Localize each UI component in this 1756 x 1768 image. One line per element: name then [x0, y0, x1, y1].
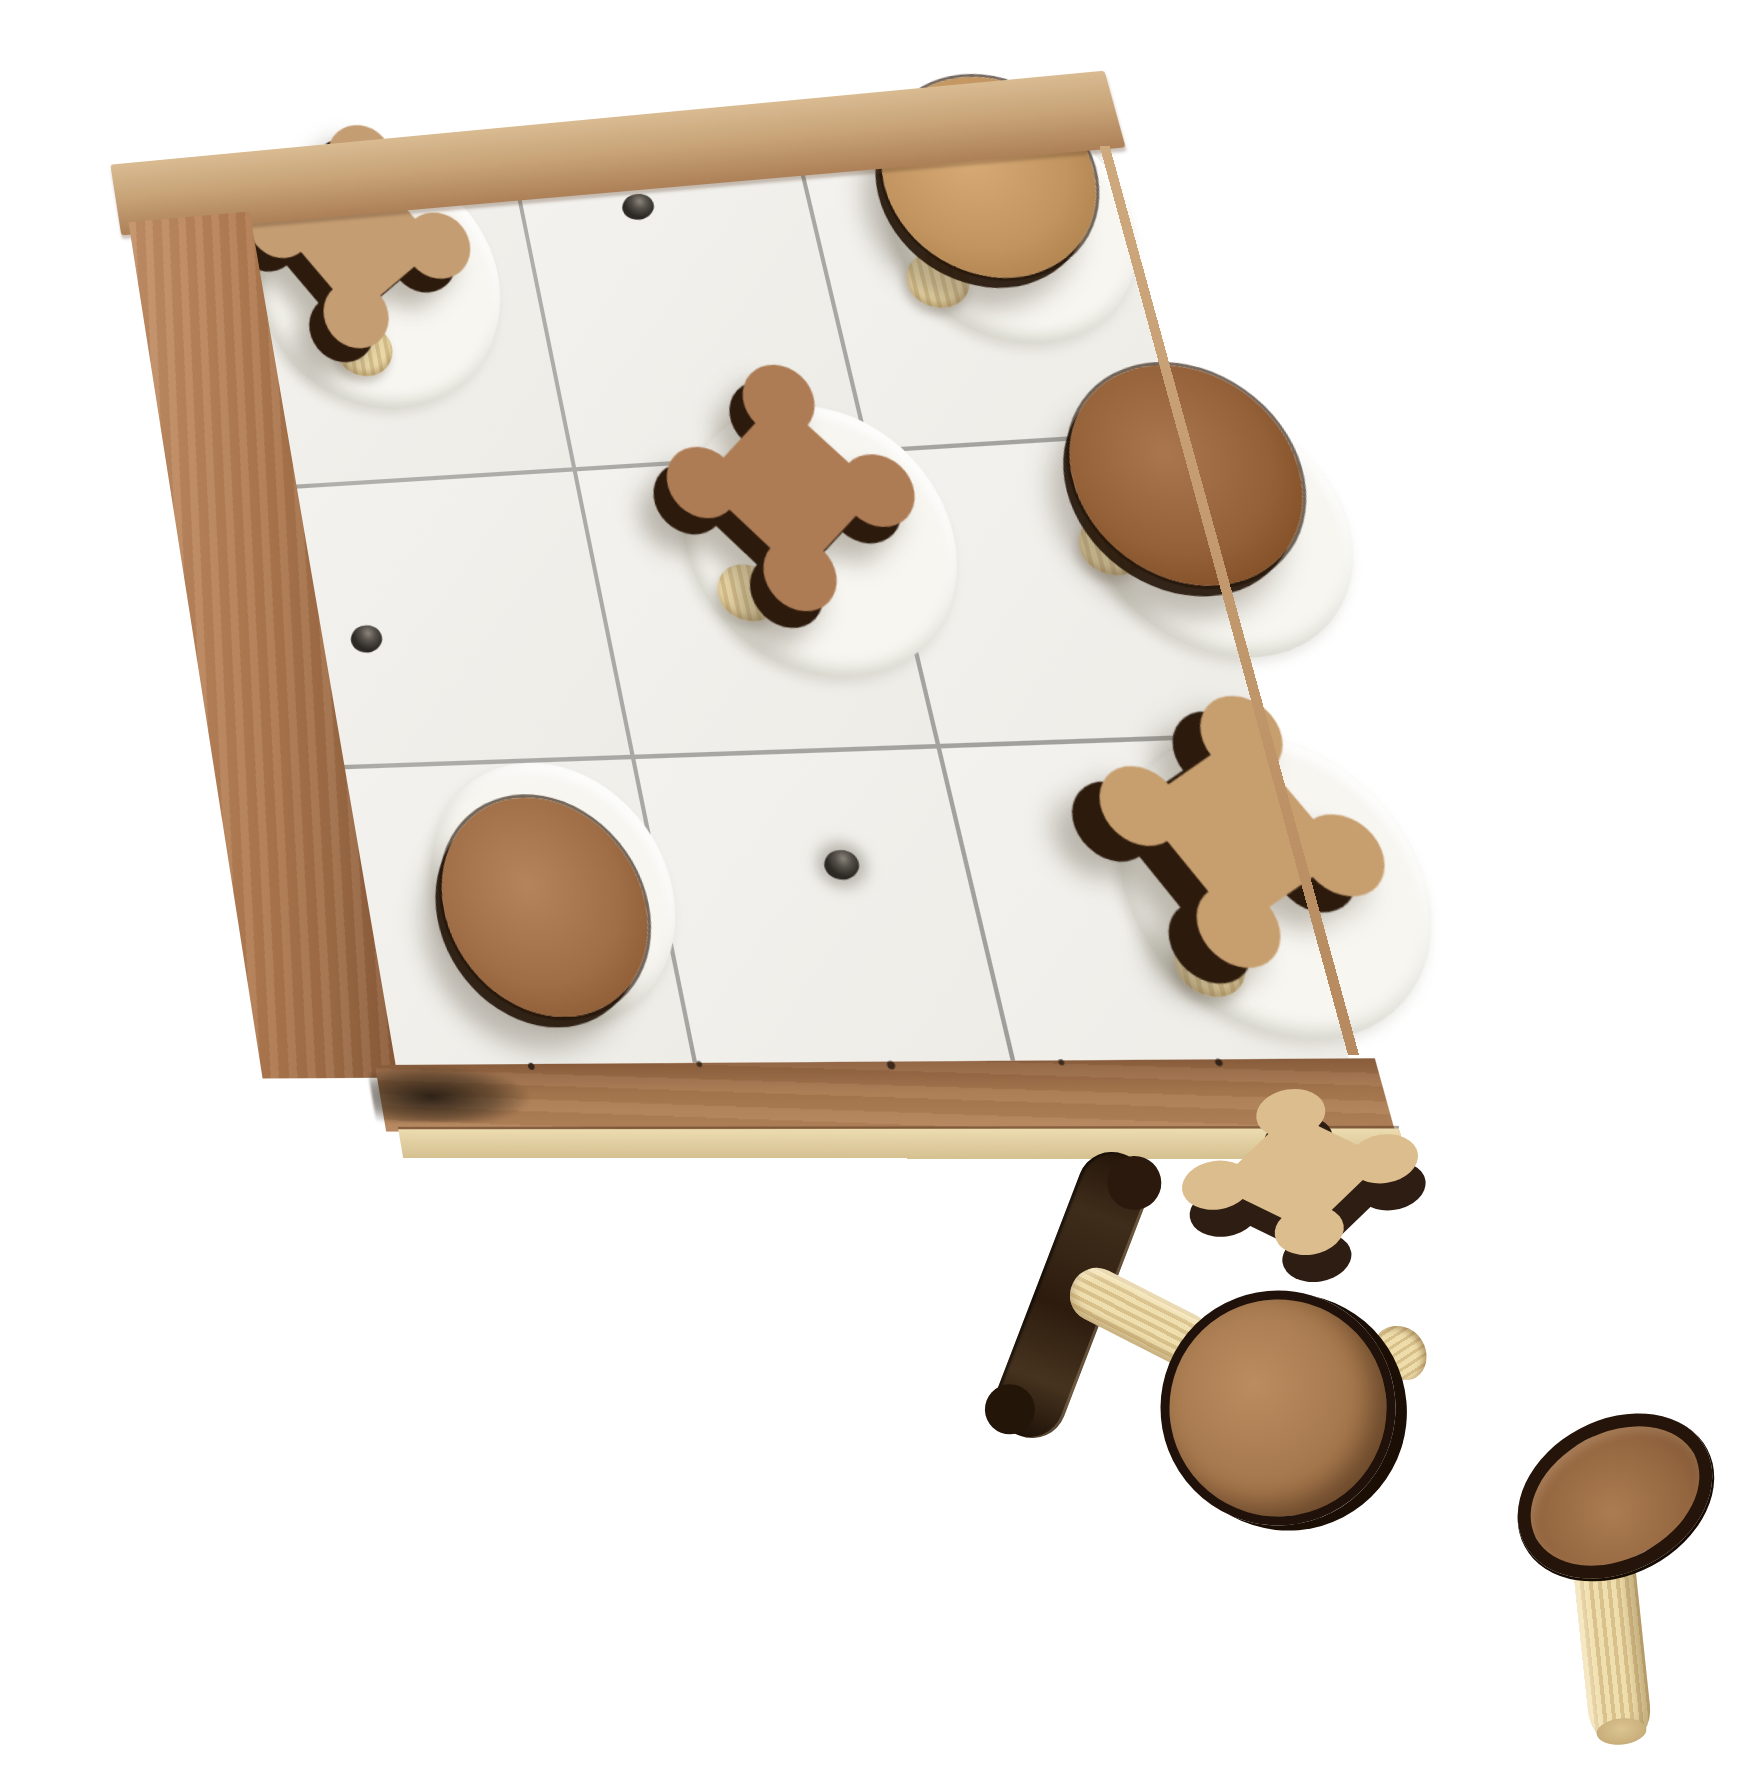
scorch-mark: [367, 1065, 534, 1122]
peg-hole: [819, 845, 864, 883]
x-piece-shape: [1079, 647, 1400, 1024]
photo-scene: [0, 0, 1756, 1768]
x-piece[interactable]: [639, 347, 948, 634]
cell-r1c1[interactable]: [576, 453, 936, 755]
tic-tac-toe-board: [119, 72, 1387, 1159]
x-piece-shape: [1155, 1060, 1446, 1285]
x-piece[interactable]: [1079, 647, 1400, 1024]
loose-o-piece-peg-down[interactable]: [1510, 1420, 1720, 1740]
cell-r1c0[interactable]: [297, 471, 630, 765]
x-piece-face: [1155, 1060, 1446, 1285]
cell-r2c2[interactable]: [942, 738, 1349, 1061]
cell-r0c0[interactable]: [252, 201, 572, 485]
loose-x-piece-flat[interactable]: [1148, 1020, 1451, 1323]
peg-hole: [347, 621, 387, 656]
cell-r2c0[interactable]: [345, 760, 692, 1065]
x-piece-shape: [639, 347, 948, 634]
peg-hole: [618, 190, 659, 224]
board-grid: [252, 150, 1349, 1065]
